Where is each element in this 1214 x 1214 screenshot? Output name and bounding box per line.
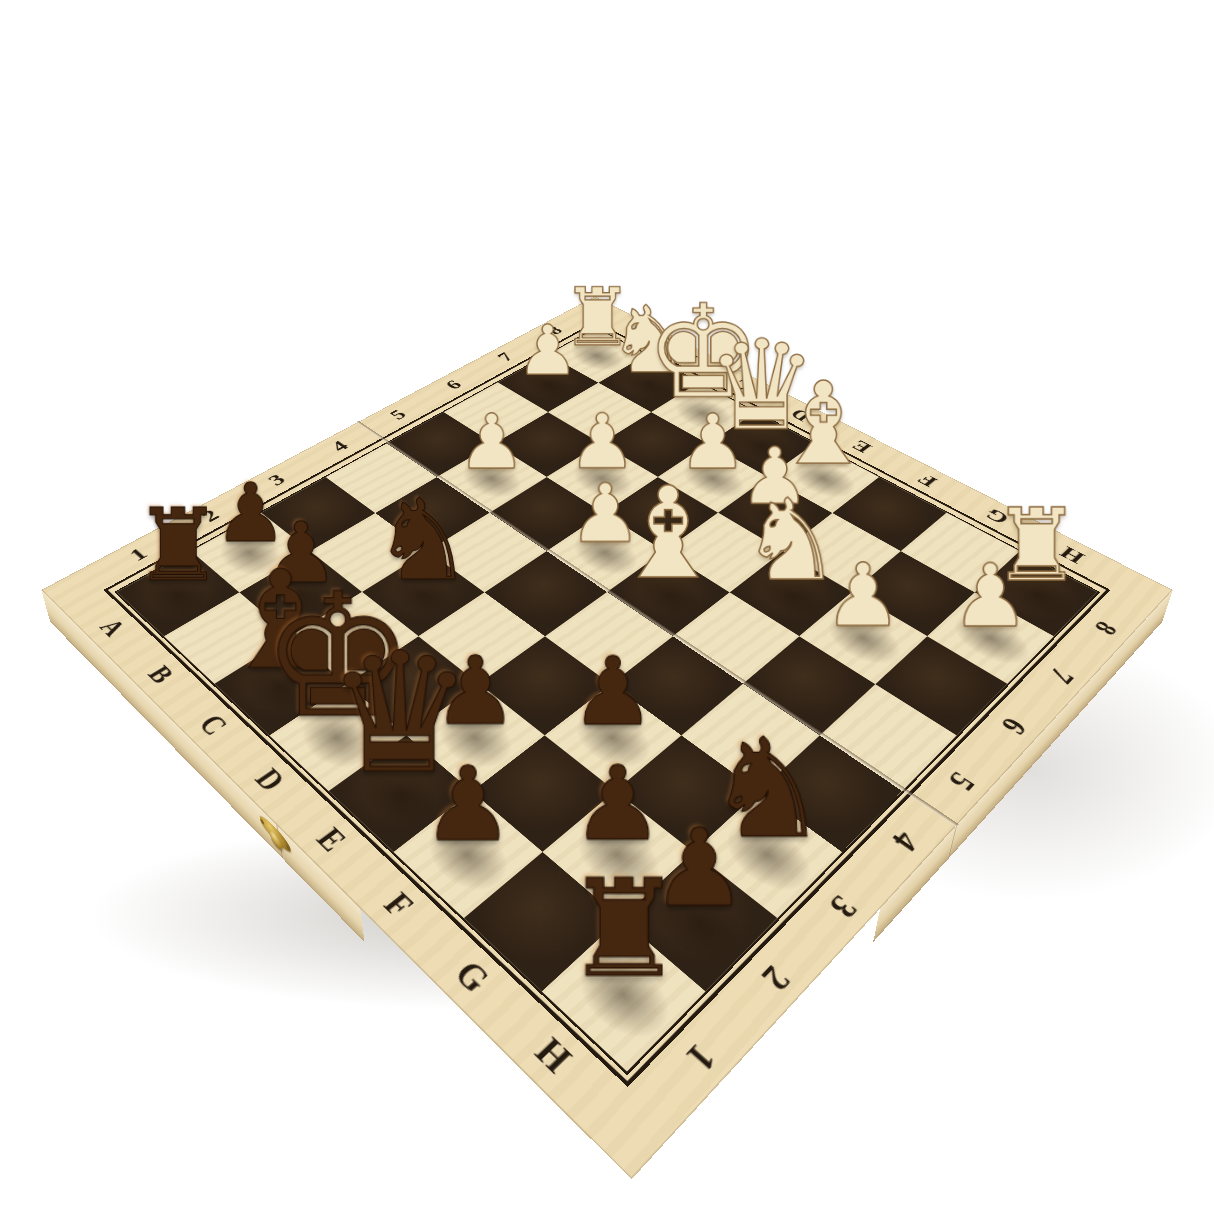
white-pawn-glyph: ♟ <box>951 556 1029 636</box>
clasp-screw <box>260 818 264 825</box>
clasp-screw <box>286 844 290 851</box>
black-rook-glyph: ♜ <box>563 867 683 991</box>
chess-board-grid: ♜♞♚♛♝♜♟♟♟♟♟♞♟♟♟♝♞♟♞♟♟♟♟♟♜♝♚♛♟♜ <box>114 327 1100 1075</box>
chess-board: ♜♞♚♛♝♜♟♟♟♟♟♞♟♟♟♝♞♟♞♟♟♟♟♟♜♝♚♛♟♜ ABCDEFGH … <box>41 296 1172 1179</box>
piece-white-p-h7[interactable]: ♟ <box>897 397 1084 636</box>
piece-black-r-h1[interactable]: ♜ <box>503 682 745 991</box>
scene: ♜♞♚♛♝♜♟♟♟♟♟♞♟♟♟♝♞♟♞♟♟♟♟♟♜♝♚♛♟♜ ABCDEFGH … <box>0 0 1214 1214</box>
black-pawn-glyph: ♟ <box>422 757 514 852</box>
board-frame: ♜♞♚♛♝♜♟♟♟♟♟♞♟♟♟♝♞♟♞♟♟♟♟♟♜♝♚♛♟♜ <box>104 321 1111 1087</box>
page-root: ♜♞♚♛♝♜♟♟♟♟♟♞♟♟♟♝♞♟♞♟♟♟♟♟♜♝♚♛♟♜ ABCDEFGH … <box>0 0 1214 1214</box>
